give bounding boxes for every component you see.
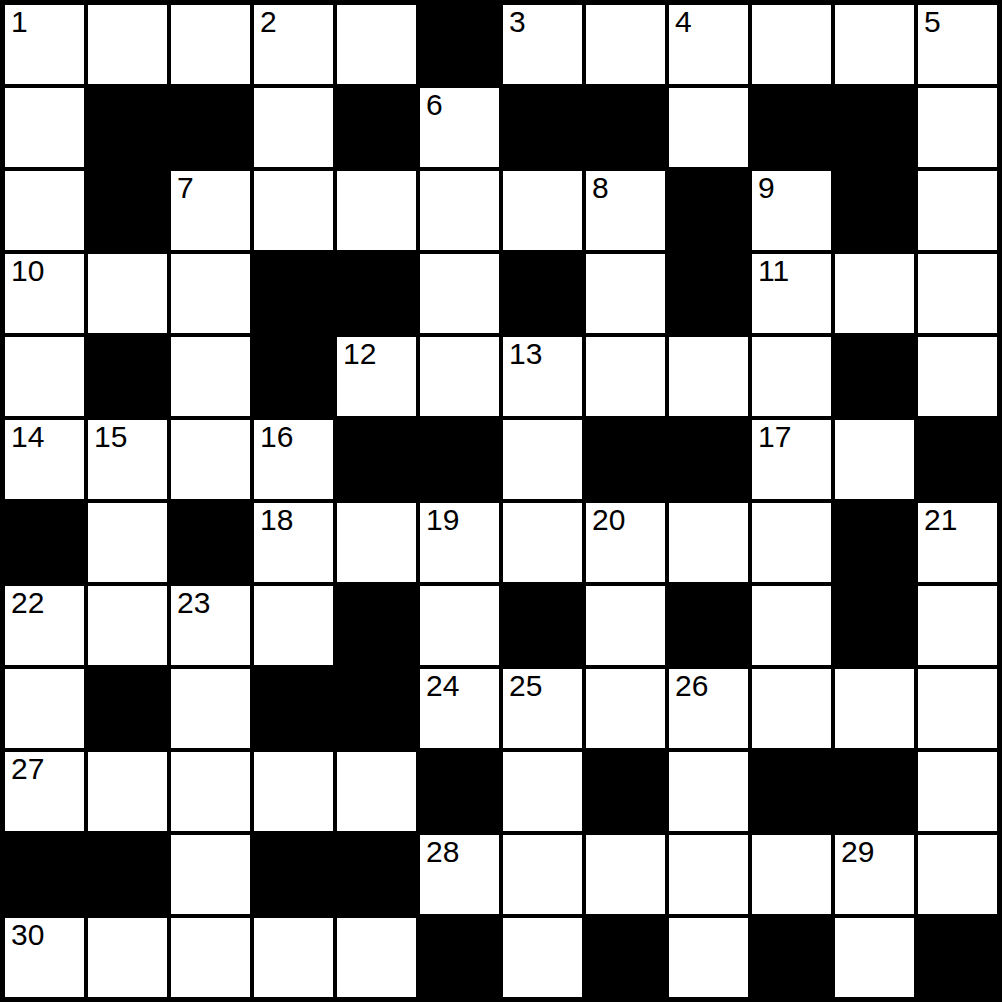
white-cell-r10c5[interactable]: 28 [420,835,499,914]
black-cell-r1c9 [752,88,831,167]
white-cell-r0c6[interactable]: 3 [503,5,582,84]
white-cell-r11c1[interactable] [88,918,167,997]
white-cell-r10c9[interactable] [752,835,831,914]
white-cell-r0c10[interactable] [835,5,914,84]
black-cell-r3c4 [337,254,416,333]
white-cell-r9c8[interactable] [669,752,748,831]
black-cell-r7c6 [503,586,582,665]
white-cell-r10c2[interactable] [171,835,250,914]
black-cell-r10c3 [254,835,333,914]
black-cell-r1c4 [337,88,416,167]
black-cell-r11c5 [420,918,499,997]
white-cell-r9c4[interactable] [337,752,416,831]
white-cell-r7c3[interactable] [254,586,333,665]
white-cell-r11c4[interactable] [337,918,416,997]
white-cell-r4c0[interactable] [5,337,84,416]
crossword-board: 1234567891011121314151617181920212223242… [0,0,1002,1002]
white-cell-r0c3[interactable]: 2 [254,5,333,84]
white-cell-r10c10[interactable]: 29 [835,835,914,914]
white-cell-r6c6[interactable] [503,503,582,582]
clue-number-28: 28 [426,836,459,868]
clue-number-11: 11 [758,255,789,287]
white-cell-r0c9[interactable] [752,5,831,84]
black-cell-r11c9 [752,918,831,997]
black-cell-r0c5 [420,5,499,84]
white-cell-r8c6[interactable]: 25 [503,669,582,748]
black-cell-r5c11 [918,420,997,499]
clue-number-2: 2 [260,6,277,38]
white-cell-r3c1[interactable] [88,254,167,333]
black-cell-r6c10 [835,503,914,582]
white-cell-r3c9[interactable]: 11 [752,254,831,333]
white-cell-r7c5[interactable] [420,586,499,665]
white-cell-r11c6[interactable] [503,918,582,997]
black-cell-r11c11 [918,918,997,997]
white-cell-r9c11[interactable] [918,752,997,831]
black-cell-r1c1 [88,88,167,167]
black-cell-r3c3 [254,254,333,333]
clue-number-18: 18 [260,504,293,536]
clue-number-9: 9 [758,172,775,204]
clue-number-12: 12 [343,338,376,370]
clue-number-27: 27 [11,753,44,785]
white-cell-r7c11[interactable] [918,586,997,665]
clue-number-29: 29 [841,836,874,868]
clue-number-6: 6 [426,89,443,121]
white-cell-r6c4[interactable] [337,503,416,582]
black-cell-r10c0 [5,835,84,914]
black-cell-r3c6 [503,254,582,333]
white-cell-r8c9[interactable] [752,669,831,748]
clue-number-1: 1 [11,6,28,38]
white-cell-r2c0[interactable] [5,171,84,250]
white-cell-r5c3[interactable]: 16 [254,420,333,499]
clue-number-16: 16 [260,421,293,453]
white-cell-r11c2[interactable] [171,918,250,997]
black-cell-r10c4 [337,835,416,914]
white-cell-r3c5[interactable] [420,254,499,333]
black-cell-r6c0 [5,503,84,582]
white-cell-r7c2[interactable]: 23 [171,586,250,665]
white-cell-r2c3[interactable] [254,171,333,250]
white-cell-r7c9[interactable] [752,586,831,665]
clue-number-5: 5 [924,6,941,38]
black-cell-r6c2 [171,503,250,582]
white-cell-r0c1[interactable] [88,5,167,84]
clue-number-30: 30 [11,919,44,951]
black-cell-r8c4 [337,669,416,748]
white-cell-r0c8[interactable]: 4 [669,5,748,84]
white-cell-r9c2[interactable] [171,752,250,831]
white-cell-r9c6[interactable] [503,752,582,831]
black-cell-r9c7 [586,752,665,831]
black-cell-r9c5 [420,752,499,831]
white-cell-r2c6[interactable] [503,171,582,250]
clue-number-25: 25 [509,670,542,702]
clue-number-3: 3 [509,6,526,38]
white-cell-r6c3[interactable]: 18 [254,503,333,582]
black-cell-r1c6 [503,88,582,167]
white-cell-r1c11[interactable] [918,88,997,167]
white-cell-r10c11[interactable] [918,835,997,914]
white-cell-r5c6[interactable] [503,420,582,499]
black-cell-r1c2 [171,88,250,167]
black-cell-r9c9 [752,752,831,831]
white-cell-r3c2[interactable] [171,254,250,333]
white-cell-r2c5[interactable] [420,171,499,250]
clue-number-17: 17 [758,421,791,453]
white-cell-r5c0[interactable]: 14 [5,420,84,499]
white-cell-r5c9[interactable]: 17 [752,420,831,499]
black-cell-r7c8 [669,586,748,665]
white-cell-r4c6[interactable]: 13 [503,337,582,416]
white-cell-r4c5[interactable] [420,337,499,416]
white-cell-r7c0[interactable]: 22 [5,586,84,665]
white-cell-r8c5[interactable]: 24 [420,669,499,748]
black-cell-r7c10 [835,586,914,665]
black-cell-r10c1 [88,835,167,914]
black-cell-r1c7 [586,88,665,167]
white-cell-r0c4[interactable] [337,5,416,84]
black-cell-r4c3 [254,337,333,416]
clue-number-7: 7 [177,172,194,204]
white-cell-r6c8[interactable] [669,503,748,582]
clue-number-24: 24 [426,670,459,702]
white-cell-r11c3[interactable] [254,918,333,997]
white-cell-r11c10[interactable] [835,918,914,997]
white-cell-r3c10[interactable] [835,254,914,333]
white-cell-r6c7[interactable]: 20 [586,503,665,582]
black-cell-r11c7 [586,918,665,997]
white-cell-r5c2[interactable] [171,420,250,499]
clue-number-10: 10 [11,255,44,287]
clue-number-23: 23 [177,587,210,619]
white-cell-r4c9[interactable] [752,337,831,416]
white-cell-r8c7[interactable] [586,669,665,748]
white-cell-r1c8[interactable] [669,88,748,167]
white-cell-r3c7[interactable] [586,254,665,333]
black-cell-r8c1 [88,669,167,748]
black-cell-r5c8 [669,420,748,499]
white-cell-r1c5[interactable]: 6 [420,88,499,167]
clue-number-13: 13 [509,338,542,370]
clue-number-26: 26 [675,670,708,702]
clue-number-14: 14 [11,421,44,453]
white-cell-r0c0[interactable]: 1 [5,5,84,84]
white-cell-r0c11[interactable]: 5 [918,5,997,84]
white-cell-r5c10[interactable] [835,420,914,499]
clue-number-15: 15 [94,421,127,453]
black-cell-r5c5 [420,420,499,499]
white-cell-r9c1[interactable] [88,752,167,831]
white-cell-r3c0[interactable]: 10 [5,254,84,333]
white-cell-r1c0[interactable] [5,88,84,167]
white-cell-r6c11[interactable]: 21 [918,503,997,582]
clue-number-4: 4 [675,6,692,38]
white-cell-r0c7[interactable] [586,5,665,84]
black-cell-r2c10 [835,171,914,250]
white-cell-r2c4[interactable] [337,171,416,250]
clue-number-8: 8 [592,172,609,204]
clue-number-21: 21 [924,504,957,536]
white-cell-r2c11[interactable] [918,171,997,250]
white-cell-r2c9[interactable]: 9 [752,171,831,250]
white-cell-r9c3[interactable] [254,752,333,831]
white-cell-r7c1[interactable] [88,586,167,665]
black-cell-r2c8 [669,171,748,250]
white-cell-r2c7[interactable]: 8 [586,171,665,250]
white-cell-r4c11[interactable] [918,337,997,416]
white-cell-r8c2[interactable] [171,669,250,748]
black-cell-r1c10 [835,88,914,167]
white-cell-r9c0[interactable]: 27 [5,752,84,831]
white-cell-r10c8[interactable] [669,835,748,914]
black-cell-r5c7 [586,420,665,499]
white-cell-r6c5[interactable]: 19 [420,503,499,582]
white-cell-r3c11[interactable] [918,254,997,333]
black-cell-r7c4 [337,586,416,665]
white-cell-r5c1[interactable]: 15 [88,420,167,499]
white-cell-r4c7[interactable] [586,337,665,416]
white-cell-r11c8[interactable] [669,918,748,997]
white-cell-r2c2[interactable]: 7 [171,171,250,250]
black-cell-r4c10 [835,337,914,416]
white-cell-r6c1[interactable] [88,503,167,582]
white-cell-r8c10[interactable] [835,669,914,748]
white-cell-r4c2[interactable] [171,337,250,416]
white-cell-r8c11[interactable] [918,669,997,748]
white-cell-r7c7[interactable] [586,586,665,665]
clue-number-22: 22 [11,587,44,619]
black-cell-r3c8 [669,254,748,333]
white-cell-r0c2[interactable] [171,5,250,84]
clue-number-19: 19 [426,504,459,536]
black-cell-r2c1 [88,171,167,250]
black-cell-r5c4 [337,420,416,499]
white-cell-r6c9[interactable] [752,503,831,582]
white-cell-r1c3[interactable] [254,88,333,167]
white-cell-r10c6[interactable] [503,835,582,914]
black-cell-r9c10 [835,752,914,831]
white-cell-r10c7[interactable] [586,835,665,914]
white-cell-r8c0[interactable] [5,669,84,748]
white-cell-r11c0[interactable]: 30 [5,918,84,997]
white-cell-r4c4[interactable]: 12 [337,337,416,416]
black-cell-r4c1 [88,337,167,416]
clue-number-20: 20 [592,504,625,536]
white-cell-r4c8[interactable] [669,337,748,416]
white-cell-r8c8[interactable]: 26 [669,669,748,748]
black-cell-r8c3 [254,669,333,748]
